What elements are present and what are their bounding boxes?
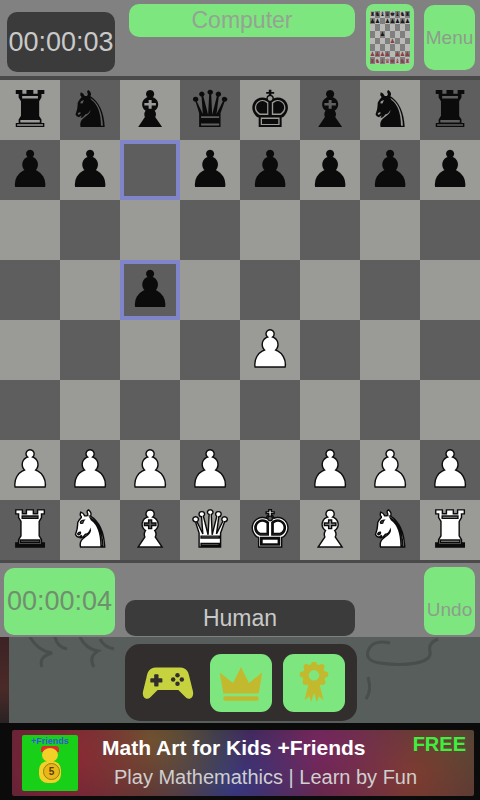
square-h5: [405, 31, 410, 38]
white-pawn-c2: ♟: [127, 440, 173, 500]
white-pawn-h2: ♟: [405, 51, 410, 57]
square-h1[interactable]: ♜: [420, 500, 480, 560]
square-e5[interactable]: [240, 260, 300, 320]
black-pawn-d7: ♟: [187, 140, 233, 200]
square-h3: [405, 44, 410, 51]
square-h8: ♜: [405, 11, 410, 18]
bottom-bar: 00:00:04 Human Undo: [0, 563, 480, 637]
square-f7[interactable]: ♟: [300, 140, 360, 200]
white-pawn-g2: ♟: [367, 440, 413, 500]
square-d7[interactable]: ♟: [180, 140, 240, 200]
square-a1[interactable]: ♜: [0, 500, 60, 560]
white-pawn-e4: ♟: [247, 320, 293, 380]
black-knight-g8: ♞: [367, 80, 413, 140]
square-e2[interactable]: [240, 440, 300, 500]
new-game-button[interactable]: [137, 654, 199, 712]
square-h2: ♟: [405, 51, 410, 58]
ad-title: Math Art for Kids +Friends: [102, 736, 442, 760]
black-pawn-g7: ♟: [367, 140, 413, 200]
ad-text-block: Math Art for Kids +Friends Play Mathemat…: [102, 736, 442, 789]
square-h7: ♟: [405, 18, 410, 25]
square-f8[interactable]: ♝: [300, 80, 360, 140]
square-d5[interactable]: [180, 260, 240, 320]
square-a3[interactable]: [0, 380, 60, 440]
square-e7[interactable]: ♟: [240, 140, 300, 200]
duck-head: [42, 748, 58, 762]
white-pawn-b2: ♟: [67, 440, 113, 500]
ad-banner[interactable]: +Friends 5 Math Art for Kids +Friends Pl…: [12, 730, 474, 796]
square-g7[interactable]: ♟: [360, 140, 420, 200]
mini-board-thumbnail[interactable]: ♜♞♝♛♚♝♞♜♟♟♟♟♟♟♟♟♟♟♟♟♟♟♟♟♜♞♝♛♚♝♞♜: [366, 4, 414, 71]
square-h4: [405, 38, 410, 45]
square-e3[interactable]: [240, 380, 300, 440]
square-d8[interactable]: ♛: [180, 80, 240, 140]
medal-icon: [294, 662, 334, 704]
square-f6[interactable]: [300, 200, 360, 260]
white-pawn-d2: ♟: [187, 440, 233, 500]
computer-player-button[interactable]: Computer: [129, 4, 355, 37]
computer-clock: 00:00:03: [7, 12, 115, 72]
white-queen-d1: ♛: [187, 500, 233, 560]
square-f4[interactable]: [300, 320, 360, 380]
square-d6[interactable]: [180, 200, 240, 260]
square-h4[interactable]: [420, 320, 480, 380]
square-f5[interactable]: [300, 260, 360, 320]
square-g6[interactable]: [360, 200, 420, 260]
square-d1[interactable]: ♛: [180, 500, 240, 560]
square-b8[interactable]: ♞: [60, 80, 120, 140]
black-pawn-h7: ♟: [405, 18, 410, 24]
black-pawn-f7: ♟: [307, 140, 353, 200]
square-h5[interactable]: [420, 260, 480, 320]
square-b5[interactable]: [60, 260, 120, 320]
black-pawn-c5: ♟: [127, 260, 173, 320]
human-clock-value: 00:00:04: [7, 586, 112, 617]
human-player-label-chip: Human: [125, 600, 355, 636]
square-c6[interactable]: [120, 200, 180, 260]
undo-button-label: Undo: [427, 599, 472, 621]
achievements-button[interactable]: [283, 654, 345, 712]
square-g8[interactable]: ♞: [360, 80, 420, 140]
black-king-e8: ♚: [247, 80, 293, 140]
square-f1[interactable]: ♝: [300, 500, 360, 560]
square-h2[interactable]: ♟: [420, 440, 480, 500]
square-e4[interactable]: ♟: [240, 320, 300, 380]
square-b4[interactable]: [60, 320, 120, 380]
top-bar: 00:00:03 Computer ♜♞♝♛♚♝♞♜♟♟♟♟♟♟♟♟♟♟♟♟♟♟…: [0, 0, 480, 76]
crown-icon: [218, 663, 264, 703]
human-player-label: Human: [203, 605, 277, 632]
ad-strip: +Friends 5 Math Art for Kids +Friends Pl…: [0, 723, 480, 800]
menu-button[interactable]: Menu: [424, 5, 475, 70]
white-bishop-f1: ♝: [307, 500, 353, 560]
action-button-row: [125, 644, 357, 721]
white-king-e1: ♚: [247, 500, 293, 560]
background-left-strip: [0, 637, 9, 723]
square-f3[interactable]: [300, 380, 360, 440]
square-e6[interactable]: [240, 200, 300, 260]
white-rook-h1: ♜: [405, 58, 410, 64]
square-c3[interactable]: [120, 380, 180, 440]
white-rook-h1: ♜: [427, 500, 473, 560]
mini-board: ♜♞♝♛♚♝♞♜♟♟♟♟♟♟♟♟♟♟♟♟♟♟♟♟♜♞♝♛♚♝♞♜: [370, 11, 410, 64]
square-g2[interactable]: ♟: [360, 440, 420, 500]
human-clock: 00:00:04: [4, 568, 115, 635]
white-pawn-a2: ♟: [7, 440, 53, 500]
square-g5[interactable]: [360, 260, 420, 320]
ad-subtitle: Play Mathemathics | Learn by Fun: [114, 766, 442, 789]
square-f2[interactable]: ♟: [300, 440, 360, 500]
square-g1[interactable]: ♞: [360, 500, 420, 560]
ad-free-badge: FREE: [413, 733, 466, 756]
ad-app-icon: +Friends 5: [22, 735, 78, 791]
black-pawn-e7: ♟: [247, 140, 293, 200]
black-pawn-b7: ♟: [67, 140, 113, 200]
menu-button-label: Menu: [426, 27, 474, 49]
square-e1[interactable]: ♚: [240, 500, 300, 560]
white-rook-a1: ♜: [7, 500, 53, 560]
white-pawn-h2: ♟: [427, 440, 473, 500]
square-h7[interactable]: ♟: [420, 140, 480, 200]
black-rook-h8: ♜: [405, 11, 410, 17]
white-pawn-f2: ♟: [307, 440, 353, 500]
square-a2[interactable]: ♟: [0, 440, 60, 500]
computer-clock-value: 00:00:03: [8, 27, 113, 58]
chess-board[interactable]: ♜♞♝♛♚♝♞♜♟♟♟♟♟♟♟♟♟♟♟♟♟♟♟♟♜♞♝♛♚♝♞♜: [0, 80, 480, 560]
square-c4[interactable]: [120, 320, 180, 380]
gamepad-icon: [140, 664, 196, 702]
ad-icon-number: 5: [43, 763, 60, 780]
black-knight-b8: ♞: [67, 80, 113, 140]
chess-app-screen: 00:00:03 Computer ♜♞♝♛♚♝♞♜♟♟♟♟♟♟♟♟♟♟♟♟♟♟…: [0, 0, 480, 800]
square-b7[interactable]: ♟: [60, 140, 120, 200]
black-bishop-f8: ♝: [307, 80, 353, 140]
rankings-button[interactable]: [210, 654, 272, 712]
square-d3[interactable]: [180, 380, 240, 440]
square-a8[interactable]: ♜: [0, 80, 60, 140]
square-c8[interactable]: ♝: [120, 80, 180, 140]
square-b3[interactable]: [60, 380, 120, 440]
square-d2[interactable]: ♟: [180, 440, 240, 500]
white-bishop-c1: ♝: [127, 500, 173, 560]
square-e8[interactable]: ♚: [240, 80, 300, 140]
square-c1[interactable]: ♝: [120, 500, 180, 560]
square-a6[interactable]: [0, 200, 60, 260]
square-h6[interactable]: [420, 200, 480, 260]
square-h8[interactable]: ♜: [420, 80, 480, 140]
ad-icon-caption: +Friends: [22, 736, 78, 746]
square-h6: [405, 24, 410, 31]
square-h3[interactable]: [420, 380, 480, 440]
square-c2[interactable]: ♟: [120, 440, 180, 500]
square-b6[interactable]: [60, 200, 120, 260]
black-rook-h8: ♜: [427, 80, 473, 140]
square-c5[interactable]: ♟: [120, 260, 180, 320]
square-b2[interactable]: ♟: [60, 440, 120, 500]
black-queen-d8: ♛: [187, 80, 233, 140]
square-g3[interactable]: [360, 380, 420, 440]
square-a7[interactable]: ♟: [0, 140, 60, 200]
black-rook-a8: ♜: [7, 80, 53, 140]
undo-button[interactable]: Undo: [424, 567, 475, 635]
black-pawn-h7: ♟: [427, 140, 473, 200]
white-knight-g1: ♞: [367, 500, 413, 560]
white-knight-b1: ♞: [67, 500, 113, 560]
square-h1: ♜: [405, 57, 410, 64]
square-b1[interactable]: ♞: [60, 500, 120, 560]
square-d4[interactable]: [180, 320, 240, 380]
square-g4[interactable]: [360, 320, 420, 380]
square-a4[interactable]: [0, 320, 60, 380]
square-a5[interactable]: [0, 260, 60, 320]
computer-player-label: Computer: [192, 7, 293, 34]
square-c7[interactable]: [120, 140, 180, 200]
black-pawn-a7: ♟: [7, 140, 53, 200]
black-bishop-c8: ♝: [127, 80, 173, 140]
